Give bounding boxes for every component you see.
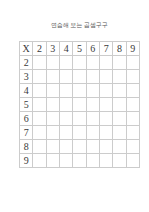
answer-cell-r8-c5[interactable] [73,140,86,154]
answer-cell-r6-c7[interactable] [100,112,113,126]
answer-cell-r8-c3[interactable] [47,140,60,154]
answer-cell-r4-c4[interactable] [60,84,73,98]
answer-cell-r8-c8[interactable] [113,140,126,154]
answer-cell-r3-c4[interactable] [60,70,73,84]
header-cell-9: 9 [127,42,140,56]
answer-cell-r3-c5[interactable] [73,70,86,84]
header-cell-2: 2 [33,42,46,56]
answer-cell-r4-c6[interactable] [87,84,100,98]
answer-cell-r4-c8[interactable] [113,84,126,98]
answer-cell-r5-c9[interactable] [127,98,140,112]
answer-cell-r7-c6[interactable] [87,126,100,140]
answer-cell-r5-c8[interactable] [113,98,126,112]
answer-cell-r2-c2[interactable] [33,56,46,70]
answer-cell-r5-c7[interactable] [100,98,113,112]
row-label-cell-2: 2 [20,56,33,70]
answer-cell-r6-c5[interactable] [73,112,86,126]
answer-cell-r3-c6[interactable] [87,70,100,84]
answer-cell-r6-c4[interactable] [60,112,73,126]
answer-cell-r2-c9[interactable] [127,56,140,70]
answer-cell-r7-c4[interactable] [60,126,73,140]
header-cell-5: 5 [73,42,86,56]
answer-cell-r3-c2[interactable] [33,70,46,84]
answer-cell-r3-c8[interactable] [113,70,126,84]
answer-cell-r2-c3[interactable] [47,56,60,70]
answer-cell-r3-c7[interactable] [100,70,113,84]
row-label-cell-3: 3 [20,70,33,84]
row-label-cell-9: 9 [20,154,33,168]
answer-cell-r5-c4[interactable] [60,98,73,112]
answer-cell-r9-c2[interactable] [33,154,46,168]
row-label-cell-4: 4 [20,84,33,98]
answer-cell-r9-c5[interactable] [73,154,86,168]
header-cell-8: 8 [113,42,126,56]
answer-cell-r8-c6[interactable] [87,140,100,154]
answer-cell-r6-c8[interactable] [113,112,126,126]
answer-cell-r5-c5[interactable] [73,98,86,112]
answer-cell-r7-c9[interactable] [127,126,140,140]
answer-cell-r7-c2[interactable] [33,126,46,140]
answer-cell-r9-c8[interactable] [113,154,126,168]
answer-cell-r8-c7[interactable] [100,140,113,154]
answer-cell-r5-c2[interactable] [33,98,46,112]
answer-cell-r4-c9[interactable] [127,84,140,98]
answer-cell-r6-c9[interactable] [127,112,140,126]
row-label-cell-7: 7 [20,126,33,140]
answer-cell-r4-c2[interactable] [33,84,46,98]
answer-cell-r9-c6[interactable] [87,154,100,168]
answer-cell-r4-c7[interactable] [100,84,113,98]
answer-cell-r2-c8[interactable] [113,56,126,70]
row-label-cell-5: 5 [20,98,33,112]
header-cell-3: 3 [47,42,60,56]
answer-cell-r4-c3[interactable] [47,84,60,98]
answer-cell-r3-c3[interactable] [47,70,60,84]
answer-cell-r9-c7[interactable] [100,154,113,168]
answer-cell-r6-c2[interactable] [33,112,46,126]
answer-cell-r6-c3[interactable] [47,112,60,126]
answer-cell-r8-c2[interactable] [33,140,46,154]
answer-cell-r7-c7[interactable] [100,126,113,140]
answer-cell-r8-c9[interactable] [127,140,140,154]
row-label-cell-6: 6 [20,112,33,126]
worksheet-page: { "game": "multiplication-table-workshee… [0,0,149,212]
answer-cell-r2-c5[interactable] [73,56,86,70]
answer-cell-r7-c3[interactable] [47,126,60,140]
answer-cell-r2-c7[interactable] [100,56,113,70]
answer-cell-r7-c8[interactable] [113,126,126,140]
row-label-cell-8: 8 [20,140,33,154]
worksheet-title: 연습해 보는 곱셈구구 [19,21,140,29]
answer-cell-r5-c6[interactable] [87,98,100,112]
answer-cell-r6-c6[interactable] [87,112,100,126]
multiplication-grid: X2345678923456789 [19,41,140,168]
answer-cell-r9-c9[interactable] [127,154,140,168]
answer-cell-r4-c5[interactable] [73,84,86,98]
answer-cell-r3-c9[interactable] [127,70,140,84]
header-cell-4: 4 [60,42,73,56]
answer-cell-r5-c3[interactable] [47,98,60,112]
corner-x-cell: X [20,42,33,56]
header-cell-6: 6 [87,42,100,56]
answer-cell-r7-c5[interactable] [73,126,86,140]
answer-cell-r8-c4[interactable] [60,140,73,154]
answer-cell-r2-c6[interactable] [87,56,100,70]
answer-cell-r9-c3[interactable] [47,154,60,168]
header-cell-7: 7 [100,42,113,56]
answer-cell-r2-c4[interactable] [60,56,73,70]
answer-cell-r9-c4[interactable] [60,154,73,168]
